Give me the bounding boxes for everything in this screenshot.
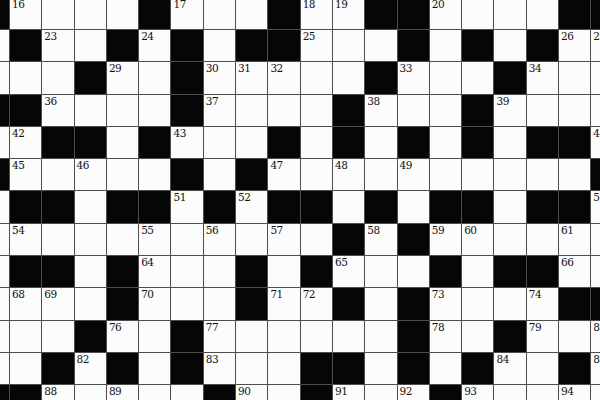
letter-cell-r12-c18[interactable]: 94 — [559, 385, 591, 400]
blocked-cell-r1-c4 — [107, 30, 139, 62]
blocked-cell-r8-c17 — [527, 256, 559, 288]
clue-number-44: 44 — [593, 127, 600, 139]
letter-cell-r2-c13[interactable]: 33 — [398, 62, 430, 94]
letter-cell-r10-c0[interactable] — [0, 321, 10, 353]
letter-cell-r11-c3[interactable]: 82 — [75, 353, 107, 385]
clue-number-71: 71 — [270, 288, 282, 300]
letter-cell-r9-c5[interactable]: 70 — [139, 288, 171, 320]
clue-number-88: 88 — [44, 385, 56, 397]
letter-cell-r4-c1[interactable]: 42 — [10, 127, 42, 159]
letter-cell-r3-c2[interactable]: 36 — [42, 95, 74, 127]
blocked-cell-r12-c10 — [301, 385, 333, 400]
letter-cell-r3-c7[interactable]: 37 — [204, 95, 236, 127]
crossword-grid: 1617181920232425262729303132333436373839… — [0, 0, 600, 400]
clue-number-73: 73 — [432, 288, 444, 300]
letter-cell-r9-c12[interactable] — [365, 288, 397, 320]
blocked-cell-r6-c4 — [107, 191, 139, 223]
blocked-cell-r11-c11 — [333, 353, 365, 385]
letter-cell-r1-c12[interactable] — [365, 30, 397, 62]
clue-number-36: 36 — [44, 95, 56, 107]
letter-cell-r4-c4[interactable] — [107, 127, 139, 159]
letter-cell-r0-c4[interactable] — [107, 0, 139, 30]
letter-cell-r4-c19[interactable]: 44 — [591, 127, 600, 159]
crossword-viewport: 1617181920232425262729303132333436373839… — [0, 0, 600, 400]
letter-cell-r9-c0[interactable] — [0, 288, 10, 320]
letter-cell-r2-c2[interactable] — [42, 62, 74, 94]
letter-cell-r12-c2[interactable]: 88 — [42, 385, 74, 400]
letter-cell-r12-c16[interactable] — [494, 385, 526, 400]
blocked-cell-r12-c14 — [430, 385, 462, 400]
letter-cell-r10-c17[interactable]: 79 — [527, 321, 559, 353]
letter-cell-r0-c8[interactable] — [236, 0, 268, 30]
clue-number-92: 92 — [400, 385, 412, 397]
blocked-cell-r1-c1 — [10, 30, 42, 62]
blocked-cell-r8-c8 — [236, 256, 268, 288]
clue-number-70: 70 — [141, 288, 153, 300]
letter-cell-r8-c0[interactable] — [0, 256, 10, 288]
letter-cell-r3-c17[interactable] — [527, 95, 559, 127]
letter-cell-r5-c5[interactable] — [139, 159, 171, 191]
letter-cell-r7-c4[interactable] — [107, 224, 139, 256]
letter-cell-r2-c1[interactable] — [10, 62, 42, 94]
letter-cell-r3-c12[interactable]: 38 — [365, 95, 397, 127]
letter-cell-r0-c3[interactable] — [75, 0, 107, 30]
blocked-cell-r4-c5 — [139, 127, 171, 159]
letter-cell-r5-c18[interactable] — [559, 159, 591, 191]
letter-cell-r10-c9[interactable] — [268, 321, 300, 353]
letter-cell-r2-c5[interactable] — [139, 62, 171, 94]
letter-cell-r1-c7[interactable] — [204, 30, 236, 62]
letter-cell-r3-c10[interactable] — [301, 95, 333, 127]
clue-number-26: 26 — [561, 30, 573, 42]
letter-cell-r12-c11[interactable]: 91 — [333, 385, 365, 400]
clue-number-47: 47 — [270, 159, 282, 171]
letter-cell-r7-c15[interactable]: 60 — [462, 224, 494, 256]
letter-cell-r9-c17[interactable]: 74 — [527, 288, 559, 320]
clue-number-17: 17 — [173, 0, 185, 10]
blocked-cell-r11-c13 — [398, 353, 430, 385]
letter-cell-r1-c3[interactable] — [75, 30, 107, 62]
letter-cell-r5-c7[interactable] — [204, 159, 236, 191]
letter-cell-r3-c5[interactable] — [139, 95, 171, 127]
letter-cell-r1-c0[interactable] — [0, 30, 10, 62]
letter-cell-r4-c7[interactable] — [204, 127, 236, 159]
letter-cell-r6-c8[interactable]: 52 — [236, 191, 268, 223]
clue-number-37: 37 — [206, 95, 218, 107]
letter-cell-r3-c13[interactable] — [398, 95, 430, 127]
letter-cell-r5-c17[interactable] — [527, 159, 559, 191]
letter-cell-r0-c15[interactable] — [462, 0, 494, 30]
letter-cell-r12-c19[interactable] — [591, 385, 600, 400]
letter-cell-r7-c19[interactable] — [591, 224, 600, 256]
clue-number-33: 33 — [400, 62, 412, 74]
letter-cell-r5-c4[interactable] — [107, 159, 139, 191]
blocked-cell-r2-c6 — [171, 62, 203, 94]
letter-cell-r2-c4[interactable]: 29 — [107, 62, 139, 94]
clue-number-51: 51 — [173, 191, 185, 203]
letter-cell-r11-c17[interactable] — [527, 353, 559, 385]
clue-number-66: 66 — [561, 256, 573, 268]
blocked-cell-r3-c0 — [0, 95, 10, 127]
letter-cell-r1-c18[interactable]: 26 — [559, 30, 591, 62]
letter-cell-r5-c11[interactable]: 48 — [333, 159, 365, 191]
letter-cell-r11-c16[interactable]: 84 — [494, 353, 526, 385]
letter-cell-r3-c4[interactable] — [107, 95, 139, 127]
letter-cell-r9-c7[interactable] — [204, 288, 236, 320]
letter-cell-r7-c9[interactable]: 57 — [268, 224, 300, 256]
letter-cell-r1-c16[interactable] — [494, 30, 526, 62]
letter-cell-r8-c9[interactable] — [268, 256, 300, 288]
letter-cell-r10-c18[interactable] — [559, 321, 591, 353]
letter-cell-r3-c18[interactable] — [559, 95, 591, 127]
letter-cell-r0-c16[interactable] — [494, 0, 526, 30]
letter-cell-r4-c10[interactable] — [301, 127, 333, 159]
letter-cell-r7-c16[interactable] — [494, 224, 526, 256]
letter-cell-r8-c19[interactable] — [591, 256, 600, 288]
clue-number-91: 91 — [335, 385, 347, 397]
letter-cell-r5-c14[interactable] — [430, 159, 462, 191]
letter-cell-r9-c16[interactable] — [494, 288, 526, 320]
letter-cell-r5-c3[interactable]: 46 — [75, 159, 107, 191]
letter-cell-r4-c14[interactable] — [430, 127, 462, 159]
blocked-cell-r0-c18 — [559, 0, 591, 30]
clue-number-69: 69 — [44, 288, 56, 300]
blocked-cell-r4-c17 — [527, 127, 559, 159]
letter-cell-r3-c9[interactable] — [268, 95, 300, 127]
blocked-cell-r4-c15 — [462, 127, 494, 159]
letter-cell-r2-c8[interactable]: 31 — [236, 62, 268, 94]
letter-cell-r0-c14[interactable]: 20 — [430, 0, 462, 30]
blocked-cell-r0-c12 — [365, 0, 397, 30]
letter-cell-r2-c10[interactable] — [301, 62, 333, 94]
letter-cell-r0-c17[interactable] — [527, 0, 559, 30]
letter-cell-r10-c7[interactable]: 77 — [204, 321, 236, 353]
blocked-cell-r9-c4 — [107, 288, 139, 320]
clue-number-93: 93 — [464, 385, 476, 397]
letter-cell-r2-c9[interactable]: 32 — [268, 62, 300, 94]
letter-cell-r2-c17[interactable]: 34 — [527, 62, 559, 94]
clue-number-78: 78 — [432, 321, 444, 333]
letter-cell-r3-c19[interactable] — [591, 95, 600, 127]
clue-number-60: 60 — [464, 224, 476, 236]
letter-cell-r10-c11[interactable] — [333, 321, 365, 353]
blocked-cell-r0-c9 — [268, 0, 300, 30]
letter-cell-r2-c0[interactable] — [0, 62, 10, 94]
clue-number-65: 65 — [335, 256, 347, 268]
letter-cell-r1-c5[interactable]: 24 — [139, 30, 171, 62]
blocked-cell-r3-c11 — [333, 95, 365, 127]
letter-cell-r8-c6[interactable] — [171, 256, 203, 288]
letter-cell-r6-c16[interactable] — [494, 191, 526, 223]
clue-number-89: 89 — [109, 385, 121, 397]
blocked-cell-r3-c1 — [10, 95, 42, 127]
clue-number-53: 53 — [593, 191, 600, 203]
letter-cell-r8-c15[interactable] — [462, 256, 494, 288]
letter-cell-r4-c0[interactable] — [0, 127, 10, 159]
letter-cell-r6-c3[interactable] — [75, 191, 107, 223]
clue-number-46: 46 — [77, 159, 89, 171]
letter-cell-r7-c12[interactable]: 58 — [365, 224, 397, 256]
letter-cell-r10-c14[interactable]: 78 — [430, 321, 462, 353]
clue-number-20: 20 — [432, 0, 444, 10]
blocked-cell-r10-c13 — [398, 321, 430, 353]
letter-cell-r4-c8[interactable] — [236, 127, 268, 159]
letter-cell-r5-c15[interactable] — [462, 159, 494, 191]
clue-number-54: 54 — [12, 224, 24, 236]
letter-cell-r4-c16[interactable] — [494, 127, 526, 159]
blocked-cell-r8-c14 — [430, 256, 462, 288]
clue-number-94: 94 — [561, 385, 573, 397]
letter-cell-r10-c8[interactable] — [236, 321, 268, 353]
blocked-cell-r5-c0 — [0, 159, 10, 191]
letter-cell-r7-c6[interactable] — [171, 224, 203, 256]
letter-cell-r6-c13[interactable] — [398, 191, 430, 223]
blocked-cell-r8-c10 — [301, 256, 333, 288]
letter-cell-r5-c10[interactable] — [301, 159, 333, 191]
clue-number-32: 32 — [270, 62, 282, 74]
letter-cell-r1-c2[interactable]: 23 — [42, 30, 74, 62]
letter-cell-r10-c10[interactable] — [301, 321, 333, 353]
blocked-cell-r0-c13 — [398, 0, 430, 30]
letter-cell-r10-c15[interactable] — [462, 321, 494, 353]
blocked-cell-r6-c15 — [462, 191, 494, 223]
blocked-cell-r0-c19 — [591, 0, 600, 30]
letter-cell-r3-c16[interactable]: 39 — [494, 95, 526, 127]
blocked-cell-r4-c9 — [268, 127, 300, 159]
letter-cell-r7-c10[interactable] — [301, 224, 333, 256]
letter-cell-r7-c2[interactable] — [42, 224, 74, 256]
letter-cell-r10-c1[interactable] — [10, 321, 42, 353]
clue-number-42: 42 — [12, 127, 24, 139]
blocked-cell-r6-c7 — [204, 191, 236, 223]
letter-cell-r11-c9[interactable] — [268, 353, 300, 385]
letter-cell-r3-c8[interactable] — [236, 95, 268, 127]
clue-number-90: 90 — [238, 385, 250, 397]
blocked-cell-r12-c1 — [10, 385, 42, 400]
blocked-cell-r2-c3 — [75, 62, 107, 94]
blocked-cell-r12-c7 — [204, 385, 236, 400]
letter-cell-r8-c11[interactable]: 65 — [333, 256, 365, 288]
blocked-cell-r1-c8 — [236, 30, 268, 62]
letter-cell-r0-c7[interactable] — [204, 0, 236, 30]
letter-cell-r7-c7[interactable]: 56 — [204, 224, 236, 256]
blocked-cell-r2-c16 — [494, 62, 526, 94]
letter-cell-r5-c12[interactable] — [365, 159, 397, 191]
blocked-cell-r0-c0 — [0, 0, 10, 30]
blocked-cell-r6-c2 — [42, 191, 74, 223]
blocked-cell-r1-c9 — [268, 30, 300, 62]
clue-number-56: 56 — [206, 224, 218, 236]
blocked-cell-r7-c13 — [398, 224, 430, 256]
letter-cell-r12-c3[interactable] — [75, 385, 107, 400]
clue-number-77: 77 — [206, 321, 218, 333]
letter-cell-r0-c6[interactable]: 17 — [171, 0, 203, 30]
letter-cell-r7-c14[interactable]: 59 — [430, 224, 462, 256]
letter-cell-r11-c8[interactable] — [236, 353, 268, 385]
letter-cell-r2-c7[interactable]: 30 — [204, 62, 236, 94]
blocked-cell-r10-c16 — [494, 321, 526, 353]
clue-number-30: 30 — [206, 62, 218, 74]
clue-number-34: 34 — [529, 62, 541, 74]
blocked-cell-r6-c5 — [139, 191, 171, 223]
letter-cell-r4-c12[interactable] — [365, 127, 397, 159]
clue-number-57: 57 — [270, 224, 282, 236]
letter-cell-r9-c6[interactable] — [171, 288, 203, 320]
blocked-cell-r9-c8 — [236, 288, 268, 320]
letter-cell-r1-c11[interactable] — [333, 30, 365, 62]
blocked-cell-r4-c2 — [42, 127, 74, 159]
letter-cell-r7-c18[interactable]: 61 — [559, 224, 591, 256]
blocked-cell-r9-c18 — [559, 288, 591, 320]
letter-cell-r9-c10[interactable]: 72 — [301, 288, 333, 320]
blocked-cell-r6-c1 — [10, 191, 42, 223]
clue-number-72: 72 — [303, 288, 315, 300]
blocked-cell-r3-c15 — [462, 95, 494, 127]
letter-cell-r12-c4[interactable]: 89 — [107, 385, 139, 400]
blocked-cell-r6-c18 — [559, 191, 591, 223]
letter-cell-r10-c5[interactable] — [139, 321, 171, 353]
clue-number-48: 48 — [335, 159, 347, 171]
letter-cell-r7-c8[interactable] — [236, 224, 268, 256]
clue-number-38: 38 — [367, 95, 379, 107]
letter-cell-r12-c15[interactable]: 93 — [462, 385, 494, 400]
blocked-cell-r1-c6 — [171, 30, 203, 62]
blocked-cell-r5-c19 — [591, 159, 600, 191]
blocked-cell-r8-c1 — [10, 256, 42, 288]
letter-cell-r10-c2[interactable] — [42, 321, 74, 353]
clue-number-27: 27 — [593, 30, 600, 42]
letter-cell-r11-c14[interactable] — [430, 353, 462, 385]
clue-number-68: 68 — [12, 288, 24, 300]
clue-number-18: 18 — [303, 0, 315, 10]
blocked-cell-r11-c18 — [559, 353, 591, 385]
letter-cell-r9-c9[interactable]: 71 — [268, 288, 300, 320]
blocked-cell-r6-c17 — [527, 191, 559, 223]
blocked-cell-r10-c3 — [75, 321, 107, 353]
letter-cell-r8-c18[interactable]: 66 — [559, 256, 591, 288]
clue-number-85: 85 — [593, 353, 600, 365]
letter-cell-r9-c15[interactable] — [462, 288, 494, 320]
clue-number-24: 24 — [141, 30, 153, 42]
letter-cell-r7-c5[interactable]: 55 — [139, 224, 171, 256]
blocked-cell-r10-c6 — [171, 321, 203, 353]
letter-cell-r9-c1[interactable]: 68 — [10, 288, 42, 320]
letter-cell-r7-c17[interactable] — [527, 224, 559, 256]
letter-cell-r6-c0[interactable] — [0, 191, 10, 223]
letter-cell-r3-c14[interactable] — [430, 95, 462, 127]
letter-cell-r6-c6[interactable]: 51 — [171, 191, 203, 223]
blocked-cell-r2-c12 — [365, 62, 397, 94]
clue-number-31: 31 — [238, 62, 250, 74]
letter-cell-r2-c15[interactable] — [462, 62, 494, 94]
letter-cell-r5-c1[interactable]: 45 — [10, 159, 42, 191]
letter-cell-r0-c10[interactable]: 18 — [301, 0, 333, 30]
letter-cell-r11-c0[interactable] — [0, 353, 10, 385]
letter-cell-r10-c19[interactable]: 80 — [591, 321, 600, 353]
letter-cell-r9-c14[interactable]: 73 — [430, 288, 462, 320]
letter-cell-r1-c14[interactable] — [430, 30, 462, 62]
letter-cell-r12-c17[interactable] — [527, 385, 559, 400]
letter-cell-r12-c8[interactable]: 90 — [236, 385, 268, 400]
letter-cell-r12-c5[interactable] — [139, 385, 171, 400]
letter-cell-r11-c5[interactable] — [139, 353, 171, 385]
letter-cell-r1-c19[interactable]: 27 — [591, 30, 600, 62]
clue-number-45: 45 — [12, 159, 24, 171]
letter-cell-r0-c11[interactable]: 19 — [333, 0, 365, 30]
letter-cell-r7-c0[interactable] — [0, 224, 10, 256]
letter-cell-r7-c3[interactable] — [75, 224, 107, 256]
clue-number-80: 80 — [593, 321, 600, 333]
clue-number-16: 16 — [12, 0, 24, 10]
letter-cell-r10-c4[interactable]: 76 — [107, 321, 139, 353]
blocked-cell-r6-c14 — [430, 191, 462, 223]
blocked-cell-r11-c15 — [462, 353, 494, 385]
blocked-cell-r11-c6 — [171, 353, 203, 385]
blocked-cell-r1-c15 — [462, 30, 494, 62]
blocked-cell-r1-c13 — [398, 30, 430, 62]
clue-number-43: 43 — [173, 127, 185, 139]
letter-cell-r12-c9[interactable] — [268, 385, 300, 400]
clue-number-76: 76 — [109, 321, 121, 333]
letter-cell-r2-c18[interactable] — [559, 62, 591, 94]
clue-number-61: 61 — [561, 224, 573, 236]
letter-cell-r5-c9[interactable]: 47 — [268, 159, 300, 191]
letter-cell-r11-c19[interactable]: 85 — [591, 353, 600, 385]
letter-cell-r7-c1[interactable]: 54 — [10, 224, 42, 256]
letter-cell-r6-c11[interactable] — [333, 191, 365, 223]
letter-cell-r3-c3[interactable] — [75, 95, 107, 127]
letter-cell-r8-c7[interactable] — [204, 256, 236, 288]
blocked-cell-r8-c4 — [107, 256, 139, 288]
letter-cell-r10-c12[interactable] — [365, 321, 397, 353]
letter-cell-r12-c12[interactable] — [365, 385, 397, 400]
blocked-cell-r9-c19 — [591, 288, 600, 320]
letter-cell-r11-c12[interactable] — [365, 353, 397, 385]
letter-cell-r8-c5[interactable]: 64 — [139, 256, 171, 288]
letter-cell-r2-c11[interactable] — [333, 62, 365, 94]
letter-cell-r4-c6[interactable]: 43 — [171, 127, 203, 159]
clue-number-29: 29 — [109, 62, 121, 74]
letter-cell-r0-c2[interactable] — [42, 0, 74, 30]
letter-cell-r5-c16[interactable] — [494, 159, 526, 191]
letter-cell-r9-c3[interactable] — [75, 288, 107, 320]
letter-cell-r12-c6[interactable] — [171, 385, 203, 400]
letter-cell-r9-c2[interactable]: 69 — [42, 288, 74, 320]
letter-cell-r6-c19[interactable]: 53 — [591, 191, 600, 223]
letter-cell-r8-c3[interactable] — [75, 256, 107, 288]
letter-cell-r11-c1[interactable] — [10, 353, 42, 385]
clue-number-74: 74 — [529, 288, 541, 300]
clue-number-19: 19 — [335, 0, 347, 10]
blocked-cell-r9-c13 — [398, 288, 430, 320]
clue-number-52: 52 — [238, 191, 250, 203]
blocked-cell-r5-c8 — [236, 159, 268, 191]
clue-number-84: 84 — [496, 353, 508, 365]
letter-cell-r12-c13[interactable]: 92 — [398, 385, 430, 400]
letter-cell-r11-c7[interactable]: 83 — [204, 353, 236, 385]
letter-cell-r1-c10[interactable]: 25 — [301, 30, 333, 62]
blocked-cell-r8-c2 — [42, 256, 74, 288]
letter-cell-r5-c13[interactable]: 49 — [398, 159, 430, 191]
letter-cell-r2-c19[interactable] — [591, 62, 600, 94]
letter-cell-r0-c1[interactable]: 16 — [10, 0, 42, 30]
letter-cell-r2-c14[interactable] — [430, 62, 462, 94]
letter-cell-r5-c2[interactable] — [42, 159, 74, 191]
letter-cell-r8-c13[interactable] — [398, 256, 430, 288]
blocked-cell-r0-c5 — [139, 0, 171, 30]
letter-cell-r8-c12[interactable] — [365, 256, 397, 288]
blocked-cell-r3-c6 — [171, 95, 203, 127]
